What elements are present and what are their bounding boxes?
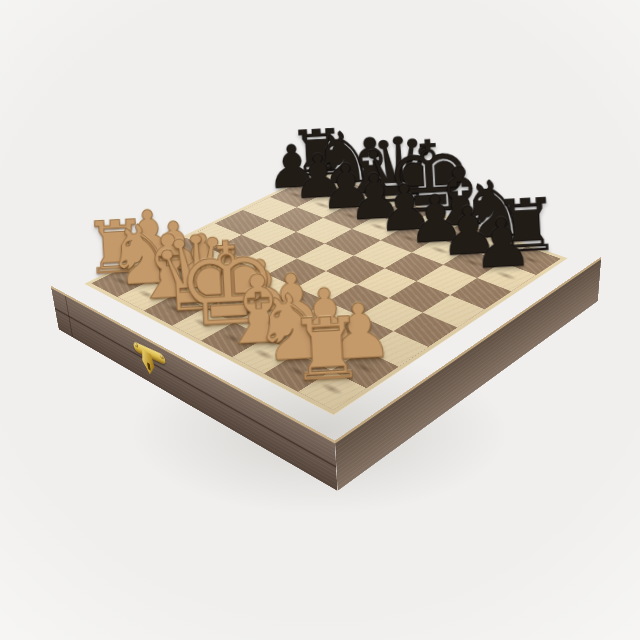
square-h1[interactable]: ♜	[298, 370, 367, 410]
board-top: ♜♞♝♛♚♝♞♜♟♟♟♟♟♟♟♟♟♟♟♟♟♟♟♟♜♞♝♛♚♝♞♜	[51, 158, 602, 441]
black-pawn-h7[interactable]: ♟	[429, 207, 576, 282]
product-photo: ♜♞♝♛♚♝♞♜♟♟♟♟♟♟♟♟♟♟♟♟♟♟♟♟♜♞♝♛♚♝♞♜	[0, 0, 640, 640]
white-rook-h1[interactable]: ♜	[242, 303, 411, 396]
chess-box: ♜♞♝♛♚♝♞♜♟♟♟♟♟♟♟♟♟♟♟♟♟♟♟♟♜♞♝♛♚♝♞♜	[51, 158, 602, 441]
scene: ♜♞♝♛♚♝♞♜♟♟♟♟♟♟♟♟♟♟♟♟♟♟♟♟♜♞♝♛♚♝♞♜	[0, 0, 640, 640]
